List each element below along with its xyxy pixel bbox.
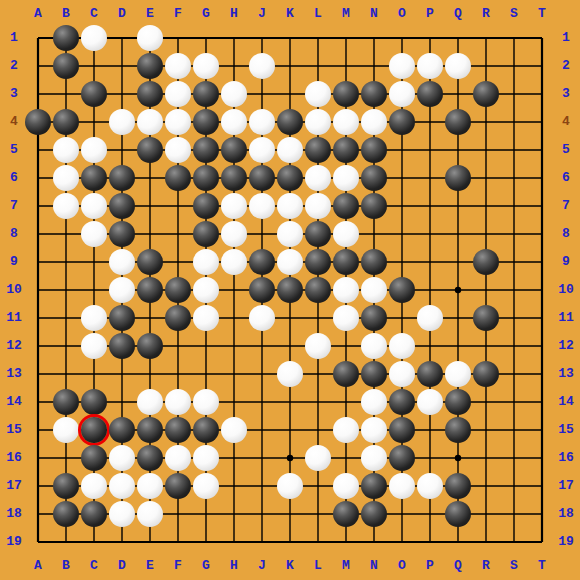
white-stone-H15[interactable] <box>221 417 247 443</box>
row-label-left-3: 3 <box>3 86 25 102</box>
row-label-right-5: 5 <box>555 142 577 158</box>
white-stone-H9[interactable] <box>221 249 247 275</box>
black-stone-J10[interactable] <box>249 277 275 303</box>
star-point-K16 <box>287 455 293 461</box>
white-stone-G11[interactable] <box>193 305 219 331</box>
white-stone-K5[interactable] <box>277 137 303 163</box>
white-stone-C1[interactable] <box>81 25 107 51</box>
white-stone-K8[interactable] <box>277 221 303 247</box>
black-stone-A4[interactable] <box>25 109 51 135</box>
col-label-bottom-K: K <box>279 558 301 574</box>
col-label-top-K: K <box>279 6 301 22</box>
black-stone-E3[interactable] <box>137 81 163 107</box>
col-label-bottom-T: T <box>531 558 553 574</box>
black-stone-M9[interactable] <box>333 249 359 275</box>
black-stone-Q4[interactable] <box>445 109 471 135</box>
white-stone-N16[interactable] <box>361 445 387 471</box>
black-stone-O4[interactable] <box>389 109 415 135</box>
black-stone-Q18[interactable] <box>445 501 471 527</box>
row-label-right-12: 12 <box>555 338 577 354</box>
col-label-bottom-S: S <box>503 558 525 574</box>
black-stone-N7[interactable] <box>361 193 387 219</box>
white-stone-H7[interactable] <box>221 193 247 219</box>
black-stone-L10[interactable] <box>305 277 331 303</box>
white-stone-D9[interactable] <box>109 249 135 275</box>
black-stone-E5[interactable] <box>137 137 163 163</box>
white-stone-K9[interactable] <box>277 249 303 275</box>
white-stone-B6[interactable] <box>53 165 79 191</box>
black-stone-G7[interactable] <box>193 193 219 219</box>
col-label-top-A: A <box>27 6 49 22</box>
white-stone-E18[interactable] <box>137 501 163 527</box>
row-label-left-6: 6 <box>3 170 25 186</box>
row-label-left-8: 8 <box>3 226 25 242</box>
black-stone-G15[interactable] <box>193 417 219 443</box>
white-stone-G10[interactable] <box>193 277 219 303</box>
black-stone-D6[interactable] <box>109 165 135 191</box>
white-stone-C7[interactable] <box>81 193 107 219</box>
white-stone-D17[interactable] <box>109 473 135 499</box>
row-label-right-10: 10 <box>555 282 577 298</box>
col-label-bottom-J: J <box>251 558 273 574</box>
row-label-left-10: 10 <box>3 282 25 298</box>
black-stone-K6[interactable] <box>277 165 303 191</box>
white-stone-N4[interactable] <box>361 109 387 135</box>
col-label-top-D: D <box>111 6 133 22</box>
row-label-left-18: 18 <box>3 506 25 522</box>
row-label-right-3: 3 <box>555 86 577 102</box>
black-stone-B14[interactable] <box>53 389 79 415</box>
row-label-left-1: 1 <box>3 30 25 46</box>
white-stone-L3[interactable] <box>305 81 331 107</box>
white-stone-L4[interactable] <box>305 109 331 135</box>
white-stone-G16[interactable] <box>193 445 219 471</box>
black-stone-K4[interactable] <box>277 109 303 135</box>
row-label-left-16: 16 <box>3 450 25 466</box>
row-label-left-11: 11 <box>3 310 25 326</box>
white-stone-Q13[interactable] <box>445 361 471 387</box>
black-stone-C6[interactable] <box>81 165 107 191</box>
white-stone-C12[interactable] <box>81 333 107 359</box>
col-label-bottom-B: B <box>55 558 77 574</box>
black-stone-D7[interactable] <box>109 193 135 219</box>
black-stone-R3[interactable] <box>473 81 499 107</box>
row-label-right-11: 11 <box>555 310 577 326</box>
white-stone-K17[interactable] <box>277 473 303 499</box>
black-stone-N3[interactable] <box>361 81 387 107</box>
black-stone-G8[interactable] <box>193 221 219 247</box>
white-stone-M17[interactable] <box>333 473 359 499</box>
col-label-bottom-Q: Q <box>447 558 469 574</box>
white-stone-M15[interactable] <box>333 417 359 443</box>
white-stone-F3[interactable] <box>165 81 191 107</box>
black-stone-F11[interactable] <box>165 305 191 331</box>
white-stone-H3[interactable] <box>221 81 247 107</box>
white-stone-C17[interactable] <box>81 473 107 499</box>
row-label-left-12: 12 <box>3 338 25 354</box>
black-stone-G6[interactable] <box>193 165 219 191</box>
white-stone-P17[interactable] <box>417 473 443 499</box>
row-label-right-13: 13 <box>555 366 577 382</box>
white-stone-G17[interactable] <box>193 473 219 499</box>
black-stone-R11[interactable] <box>473 305 499 331</box>
white-stone-F16[interactable] <box>165 445 191 471</box>
col-label-bottom-H: H <box>223 558 245 574</box>
black-stone-G5[interactable] <box>193 137 219 163</box>
white-stone-E14[interactable] <box>137 389 163 415</box>
col-label-top-O: O <box>391 6 413 22</box>
white-stone-D16[interactable] <box>109 445 135 471</box>
black-stone-D11[interactable] <box>109 305 135 331</box>
black-stone-C16[interactable] <box>81 445 107 471</box>
black-stone-Q14[interactable] <box>445 389 471 415</box>
white-stone-D4[interactable] <box>109 109 135 135</box>
white-stone-O3[interactable] <box>389 81 415 107</box>
go-board[interactable]: AABBCCDDEEFFGGHHJJKKLLMMNNOOPPQQRRSSTT11… <box>0 0 580 580</box>
black-stone-Q15[interactable] <box>445 417 471 443</box>
row-label-right-1: 1 <box>555 30 577 46</box>
col-label-top-M: M <box>335 6 357 22</box>
row-label-left-17: 17 <box>3 478 25 494</box>
black-stone-F17[interactable] <box>165 473 191 499</box>
row-label-right-15: 15 <box>555 422 577 438</box>
white-stone-N15[interactable] <box>361 417 387 443</box>
row-label-right-18: 18 <box>555 506 577 522</box>
white-stone-O12[interactable] <box>389 333 415 359</box>
white-stone-J7[interactable] <box>249 193 275 219</box>
black-stone-O15[interactable] <box>389 417 415 443</box>
white-stone-F14[interactable] <box>165 389 191 415</box>
row-label-left-5: 5 <box>3 142 25 158</box>
white-stone-E17[interactable] <box>137 473 163 499</box>
white-stone-N10[interactable] <box>361 277 387 303</box>
white-stone-E4[interactable] <box>137 109 163 135</box>
black-stone-C15-last-move[interactable] <box>81 417 107 443</box>
black-stone-E15[interactable] <box>137 417 163 443</box>
white-stone-B15[interactable] <box>53 417 79 443</box>
black-stone-E10[interactable] <box>137 277 163 303</box>
white-stone-G9[interactable] <box>193 249 219 275</box>
black-stone-Q17[interactable] <box>445 473 471 499</box>
row-label-right-2: 2 <box>555 58 577 74</box>
row-label-left-14: 14 <box>3 394 25 410</box>
black-stone-F10[interactable] <box>165 277 191 303</box>
row-label-right-17: 17 <box>555 478 577 494</box>
white-stone-O13[interactable] <box>389 361 415 387</box>
col-label-top-C: C <box>83 6 105 22</box>
col-label-top-S: S <box>503 6 525 22</box>
col-label-bottom-L: L <box>307 558 329 574</box>
white-stone-J2[interactable] <box>249 53 275 79</box>
white-stone-F2[interactable] <box>165 53 191 79</box>
black-stone-L9[interactable] <box>305 249 331 275</box>
black-stone-B4[interactable] <box>53 109 79 135</box>
row-label-left-2: 2 <box>3 58 25 74</box>
white-stone-J4[interactable] <box>249 109 275 135</box>
row-label-right-6: 6 <box>555 170 577 186</box>
black-stone-N9[interactable] <box>361 249 387 275</box>
black-stone-C3[interactable] <box>81 81 107 107</box>
col-label-top-F: F <box>167 6 189 22</box>
white-stone-C11[interactable] <box>81 305 107 331</box>
white-stone-J11[interactable] <box>249 305 275 331</box>
col-label-bottom-P: P <box>419 558 441 574</box>
black-stone-B17[interactable] <box>53 473 79 499</box>
row-label-right-14: 14 <box>555 394 577 410</box>
black-stone-O16[interactable] <box>389 445 415 471</box>
col-label-bottom-E: E <box>139 558 161 574</box>
col-label-top-H: H <box>223 6 245 22</box>
row-label-left-4: 4 <box>3 114 25 130</box>
black-stone-E2[interactable] <box>137 53 163 79</box>
black-stone-G4[interactable] <box>193 109 219 135</box>
black-stone-L5[interactable] <box>305 137 331 163</box>
row-label-right-9: 9 <box>555 254 577 270</box>
white-stone-K13[interactable] <box>277 361 303 387</box>
black-stone-H5[interactable] <box>221 137 247 163</box>
white-stone-H4[interactable] <box>221 109 247 135</box>
white-stone-F5[interactable] <box>165 137 191 163</box>
col-label-bottom-F: F <box>167 558 189 574</box>
white-stone-L16[interactable] <box>305 445 331 471</box>
white-stone-L12[interactable] <box>305 333 331 359</box>
white-stone-P11[interactable] <box>417 305 443 331</box>
white-stone-J5[interactable] <box>249 137 275 163</box>
col-label-bottom-G: G <box>195 558 217 574</box>
col-label-top-L: L <box>307 6 329 22</box>
col-label-bottom-N: N <box>363 558 385 574</box>
col-label-top-R: R <box>475 6 497 22</box>
white-stone-F4[interactable] <box>165 109 191 135</box>
white-stone-G14[interactable] <box>193 389 219 415</box>
col-label-bottom-O: O <box>391 558 413 574</box>
black-stone-D8[interactable] <box>109 221 135 247</box>
white-stone-M6[interactable] <box>333 165 359 191</box>
col-label-bottom-A: A <box>27 558 49 574</box>
col-label-top-Q: Q <box>447 6 469 22</box>
black-stone-H6[interactable] <box>221 165 247 191</box>
black-stone-N6[interactable] <box>361 165 387 191</box>
col-label-top-G: G <box>195 6 217 22</box>
row-label-left-15: 15 <box>3 422 25 438</box>
col-label-bottom-M: M <box>335 558 357 574</box>
white-stone-H8[interactable] <box>221 221 247 247</box>
row-label-right-7: 7 <box>555 198 577 214</box>
black-stone-D15[interactable] <box>109 417 135 443</box>
white-stone-N12[interactable] <box>361 333 387 359</box>
col-label-bottom-D: D <box>111 558 133 574</box>
white-stone-B7[interactable] <box>53 193 79 219</box>
col-label-top-E: E <box>139 6 161 22</box>
white-stone-B5[interactable] <box>53 137 79 163</box>
black-stone-E9[interactable] <box>137 249 163 275</box>
black-stone-E16[interactable] <box>137 445 163 471</box>
black-stone-J9[interactable] <box>249 249 275 275</box>
col-label-top-N: N <box>363 6 385 22</box>
row-label-left-9: 9 <box>3 254 25 270</box>
black-stone-R13[interactable] <box>473 361 499 387</box>
white-stone-M4[interactable] <box>333 109 359 135</box>
white-stone-L7[interactable] <box>305 193 331 219</box>
white-stone-C5[interactable] <box>81 137 107 163</box>
black-stone-C18[interactable] <box>81 501 107 527</box>
black-stone-G3[interactable] <box>193 81 219 107</box>
star-point-Q10 <box>455 287 461 293</box>
black-stone-K10[interactable] <box>277 277 303 303</box>
black-stone-R9[interactable] <box>473 249 499 275</box>
white-stone-N14[interactable] <box>361 389 387 415</box>
col-label-bottom-R: R <box>475 558 497 574</box>
black-stone-M5[interactable] <box>333 137 359 163</box>
white-stone-M8[interactable] <box>333 221 359 247</box>
row-label-right-19: 19 <box>555 534 577 550</box>
black-stone-M3[interactable] <box>333 81 359 107</box>
row-label-right-16: 16 <box>555 450 577 466</box>
black-stone-M18[interactable] <box>333 501 359 527</box>
black-stone-J6[interactable] <box>249 165 275 191</box>
black-stone-M7[interactable] <box>333 193 359 219</box>
white-stone-C8[interactable] <box>81 221 107 247</box>
white-stone-G2[interactable] <box>193 53 219 79</box>
black-stone-P3[interactable] <box>417 81 443 107</box>
col-label-bottom-C: C <box>83 558 105 574</box>
black-stone-B18[interactable] <box>53 501 79 527</box>
black-stone-Q6[interactable] <box>445 165 471 191</box>
white-stone-L6[interactable] <box>305 165 331 191</box>
white-stone-Q2[interactable] <box>445 53 471 79</box>
white-stone-M11[interactable] <box>333 305 359 331</box>
white-stone-D10[interactable] <box>109 277 135 303</box>
black-stone-O14[interactable] <box>389 389 415 415</box>
black-stone-B2[interactable] <box>53 53 79 79</box>
star-point-Q16 <box>455 455 461 461</box>
black-stone-N18[interactable] <box>361 501 387 527</box>
black-stone-L8[interactable] <box>305 221 331 247</box>
white-stone-P2[interactable] <box>417 53 443 79</box>
black-stone-B1[interactable] <box>53 25 79 51</box>
black-stone-F15[interactable] <box>165 417 191 443</box>
black-stone-P13[interactable] <box>417 361 443 387</box>
col-label-top-J: J <box>251 6 273 22</box>
black-stone-C14[interactable] <box>81 389 107 415</box>
row-label-left-19: 19 <box>3 534 25 550</box>
row-label-right-4: 4 <box>555 114 577 130</box>
white-stone-O2[interactable] <box>389 53 415 79</box>
black-stone-N17[interactable] <box>361 473 387 499</box>
row-label-right-8: 8 <box>555 226 577 242</box>
black-stone-N5[interactable] <box>361 137 387 163</box>
col-label-top-T: T <box>531 6 553 22</box>
white-stone-P14[interactable] <box>417 389 443 415</box>
black-stone-N11[interactable] <box>361 305 387 331</box>
col-label-top-B: B <box>55 6 77 22</box>
black-stone-D12[interactable] <box>109 333 135 359</box>
row-label-left-13: 13 <box>3 366 25 382</box>
black-stone-E12[interactable] <box>137 333 163 359</box>
white-stone-O17[interactable] <box>389 473 415 499</box>
white-stone-M10[interactable] <box>333 277 359 303</box>
col-label-top-P: P <box>419 6 441 22</box>
black-stone-M13[interactable] <box>333 361 359 387</box>
white-stone-E1[interactable] <box>137 25 163 51</box>
black-stone-O10[interactable] <box>389 277 415 303</box>
black-stone-N13[interactable] <box>361 361 387 387</box>
white-stone-K7[interactable] <box>277 193 303 219</box>
black-stone-F6[interactable] <box>165 165 191 191</box>
row-label-left-7: 7 <box>3 198 25 214</box>
white-stone-D18[interactable] <box>109 501 135 527</box>
